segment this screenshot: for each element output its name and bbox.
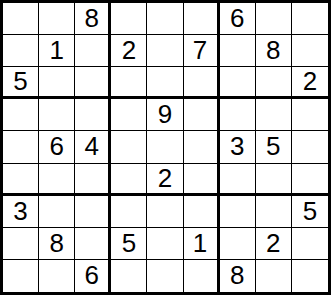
- cell-r3c5[interactable]: [147, 67, 183, 99]
- cell-r4c9[interactable]: [292, 99, 328, 131]
- given-digit: 1: [49, 37, 63, 63]
- cell-r7c1[interactable]: 3: [3, 196, 39, 228]
- cell-r5c9[interactable]: [292, 131, 328, 163]
- cell-r5c5[interactable]: [147, 131, 183, 163]
- cell-r9c9[interactable]: [292, 260, 328, 292]
- cell-r7c2[interactable]: [39, 196, 75, 228]
- given-digit: 5: [266, 133, 280, 159]
- cell-r4c2[interactable]: [39, 99, 75, 131]
- cell-r3c1[interactable]: 5: [3, 67, 39, 99]
- cell-r6c1[interactable]: [3, 164, 39, 196]
- cell-r8c6[interactable]: 1: [184, 228, 220, 260]
- cell-r3c7[interactable]: [220, 67, 256, 99]
- cell-r2c5[interactable]: [147, 35, 183, 67]
- given-digit: 7: [193, 37, 207, 63]
- cell-r1c4[interactable]: [111, 3, 147, 35]
- cell-r6c5[interactable]: 2: [147, 164, 183, 196]
- cell-r5c8[interactable]: 5: [256, 131, 292, 163]
- given-digit: 2: [122, 37, 136, 63]
- cell-r6c2[interactable]: [39, 164, 75, 196]
- given-digit: 2: [266, 230, 280, 256]
- cell-r4c8[interactable]: [256, 99, 292, 131]
- cell-r9c1[interactable]: [3, 260, 39, 292]
- cell-r8c8[interactable]: 2: [256, 228, 292, 260]
- given-digit: 3: [230, 133, 244, 159]
- cell-r9c8[interactable]: [256, 260, 292, 292]
- given-digit: 2: [303, 68, 317, 94]
- cell-r8c9[interactable]: [292, 228, 328, 260]
- cell-r2c7[interactable]: [220, 35, 256, 67]
- cell-r1c1[interactable]: [3, 3, 39, 35]
- cell-r9c3[interactable]: 6: [75, 260, 111, 292]
- cell-r1c3[interactable]: 8: [75, 3, 111, 35]
- given-digit: 6: [230, 5, 244, 31]
- cell-r1c9[interactable]: [292, 3, 328, 35]
- cell-r5c7[interactable]: 3: [220, 131, 256, 163]
- cell-r1c6[interactable]: [184, 3, 220, 35]
- cell-r1c8[interactable]: [256, 3, 292, 35]
- given-digit: 3: [13, 198, 27, 224]
- cell-r2c8[interactable]: 8: [256, 35, 292, 67]
- given-digit: 5: [122, 230, 136, 256]
- sudoku-board: 8612785296435235851268: [0, 0, 331, 295]
- cell-r1c7[interactable]: 6: [220, 3, 256, 35]
- cell-r9c7[interactable]: 8: [220, 260, 256, 292]
- given-digit: 1: [193, 230, 207, 256]
- cell-r3c3[interactable]: [75, 67, 111, 99]
- cell-r8c1[interactable]: [3, 228, 39, 260]
- cell-r7c3[interactable]: [75, 196, 111, 228]
- cell-r3c2[interactable]: [39, 67, 75, 99]
- given-digit: 5: [13, 68, 27, 94]
- cell-r2c1[interactable]: [3, 35, 39, 67]
- cell-r7c9[interactable]: 5: [292, 196, 328, 228]
- cell-r8c7[interactable]: [220, 228, 256, 260]
- cell-r7c5[interactable]: [147, 196, 183, 228]
- given-digit: 4: [85, 133, 99, 159]
- cell-r8c3[interactable]: [75, 228, 111, 260]
- cell-r5c4[interactable]: [111, 131, 147, 163]
- given-digit: 8: [266, 37, 280, 63]
- cell-r4c4[interactable]: [111, 99, 147, 131]
- given-digit: 8: [49, 230, 63, 256]
- cell-r1c2[interactable]: [39, 3, 75, 35]
- cell-r4c5[interactable]: 9: [147, 99, 183, 131]
- cell-r4c3[interactable]: [75, 99, 111, 131]
- given-digit: 6: [85, 262, 99, 288]
- cell-r7c8[interactable]: [256, 196, 292, 228]
- cell-r5c2[interactable]: 6: [39, 131, 75, 163]
- cell-r4c1[interactable]: [3, 99, 39, 131]
- cell-r6c8[interactable]: [256, 164, 292, 196]
- cell-r9c5[interactable]: [147, 260, 183, 292]
- cell-r1c5[interactable]: [147, 3, 183, 35]
- cell-r8c4[interactable]: 5: [111, 228, 147, 260]
- given-digit: 9: [158, 101, 172, 127]
- cell-r3c8[interactable]: [256, 67, 292, 99]
- cell-r9c4[interactable]: [111, 260, 147, 292]
- cell-r6c3[interactable]: [75, 164, 111, 196]
- cell-r6c7[interactable]: [220, 164, 256, 196]
- cell-r7c6[interactable]: [184, 196, 220, 228]
- cell-r6c9[interactable]: [292, 164, 328, 196]
- given-digit: 6: [49, 133, 63, 159]
- cell-r5c1[interactable]: [3, 131, 39, 163]
- cell-r3c4[interactable]: [111, 67, 147, 99]
- cell-r5c3[interactable]: 4: [75, 131, 111, 163]
- given-digit: 8: [85, 5, 99, 31]
- cell-r6c4[interactable]: [111, 164, 147, 196]
- cell-r3c9[interactable]: 2: [292, 67, 328, 99]
- cell-r7c4[interactable]: [111, 196, 147, 228]
- cell-r4c6[interactable]: [184, 99, 220, 131]
- cell-r2c6[interactable]: 7: [184, 35, 220, 67]
- cell-r8c5[interactable]: [147, 228, 183, 260]
- cell-r2c9[interactable]: [292, 35, 328, 67]
- given-digit: 2: [158, 165, 172, 191]
- given-digit: 5: [303, 198, 317, 224]
- cell-r5c6[interactable]: [184, 131, 220, 163]
- cell-r8c2[interactable]: 8: [39, 228, 75, 260]
- cell-r3c6[interactable]: [184, 67, 220, 99]
- cell-r4c7[interactable]: [220, 99, 256, 131]
- cell-r2c4[interactable]: 2: [111, 35, 147, 67]
- cell-r9c2[interactable]: [39, 260, 75, 292]
- given-digit: 8: [230, 262, 244, 288]
- cell-r7c7[interactable]: [220, 196, 256, 228]
- cell-r6c6[interactable]: [184, 164, 220, 196]
- cell-r2c3[interactable]: [75, 35, 111, 67]
- cell-r9c6[interactable]: [184, 260, 220, 292]
- cell-r2c2[interactable]: 1: [39, 35, 75, 67]
